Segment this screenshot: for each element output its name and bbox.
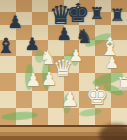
white-pawn-d4[interactable]: ♟ xyxy=(41,70,57,88)
black-bishop-a6[interactable]: ♝ xyxy=(0,36,15,57)
chess-board-photo: ♛♚♜♜♟♝♟♟♞♞♟♝♟♛♟♟♜♟♚ xyxy=(0,0,127,140)
pieces-layer: ♛♚♜♜♟♝♟♟♞♞♟♝♟♛♟♟♜♟♚ xyxy=(0,0,127,140)
white-king-g2[interactable]: ♚ xyxy=(86,83,108,108)
white-pawn-e2[interactable]: ♟ xyxy=(61,89,79,109)
black-rook-h8[interactable]: ♜ xyxy=(109,7,124,24)
black-pawn-c6[interactable]: ♟ xyxy=(24,36,39,53)
white-pawn-h4[interactable]: ♟ xyxy=(105,55,119,71)
white-pawn-c4[interactable]: ♟ xyxy=(25,71,41,89)
black-pawn-b7[interactable]: ♟ xyxy=(7,14,22,31)
black-knight-f6[interactable]: ♞ xyxy=(75,27,92,46)
black-pawn-e6[interactable]: ♟ xyxy=(56,26,71,43)
corner-shadow xyxy=(99,124,127,140)
black-rook-g8[interactable]: ♜ xyxy=(90,6,104,22)
white-rook-h3[interactable]: ♜ xyxy=(116,75,127,93)
